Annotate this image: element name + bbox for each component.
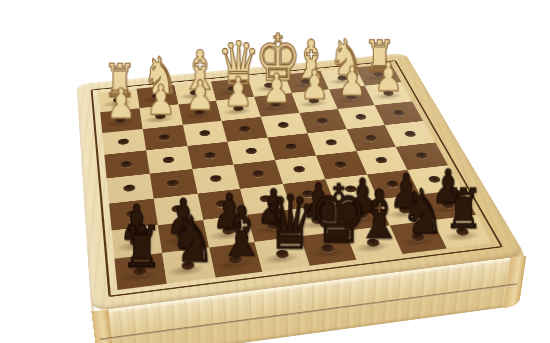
box-corner-post-right <box>503 255 526 308</box>
peg-hole <box>316 118 328 124</box>
peg-hole <box>278 122 290 128</box>
piece-black-rook: ♜ <box>444 186 481 233</box>
square-d2: ♟ <box>216 97 260 121</box>
piece-white-pawn: ♟ <box>261 71 292 106</box>
peg-hole <box>252 170 265 177</box>
square-b8: ♞ <box>162 248 215 284</box>
travel-chess-set-photo: ♜♞♝♛♚♝♞♜♟♟♟♟♟♟♟♟♟♟♟♟♟♟♟♟♜♞♝♛♚♝♞♜ <box>0 0 550 343</box>
peg-hole <box>403 130 416 137</box>
piece-white-pawn: ♟ <box>184 78 215 113</box>
peg-hole <box>325 139 338 146</box>
piece-white-pawn: ♟ <box>373 60 403 94</box>
peg-hole <box>415 152 429 159</box>
peg-hole <box>121 161 133 168</box>
piece-black-knight: ♞ <box>400 185 437 238</box>
piece-white-pawn: ♟ <box>336 64 367 98</box>
peg-hole <box>355 114 367 120</box>
peg-hole <box>245 147 257 154</box>
square-c8: ♝ <box>209 242 263 278</box>
piece-white-pawn: ♟ <box>223 74 254 109</box>
peg-hole <box>124 184 136 192</box>
square-b4 <box>146 146 192 174</box>
square-g3 <box>337 105 385 129</box>
peg-hole <box>209 175 222 183</box>
peg-hole <box>293 166 306 173</box>
chess-box: ♜♞♝♛♚♝♞♜♟♟♟♟♟♟♟♟♟♟♟♟♟♟♟♟♜♞♝♛♚♝♞♜ <box>77 53 526 312</box>
peg-hole <box>118 138 129 145</box>
piece-black-queen: ♛ <box>263 192 301 255</box>
piece-black-rook: ♜ <box>121 223 160 272</box>
piece-black-knight: ♞ <box>169 212 207 267</box>
peg-hole <box>238 126 250 133</box>
peg-hole <box>163 156 175 163</box>
piece-black-bishop: ♝ <box>217 203 255 261</box>
peg-hole <box>199 130 211 137</box>
piece-white-pawn: ♟ <box>105 86 137 121</box>
square-c2: ♟ <box>178 100 222 124</box>
peg-hole <box>159 134 171 141</box>
peg-hole <box>375 157 388 164</box>
square-d3 <box>222 117 268 142</box>
board-grid: ♜♞♝♛♚♝♞♜♟♟♟♟♟♟♟♟♟♟♟♟♟♟♟♟♜♞♝♛♚♝♞♜ <box>98 64 491 290</box>
peg-hole <box>364 135 377 142</box>
peg-hole <box>167 180 179 188</box>
peg-hole <box>392 110 405 116</box>
piece-white-pawn: ♟ <box>299 67 330 101</box>
peg-hole <box>285 143 298 150</box>
photo-stage: ♜♞♝♛♚♝♞♜♟♟♟♟♟♟♟♟♟♟♟♟♟♟♟♟♜♞♝♛♚♝♞♜ <box>0 0 550 343</box>
peg-hole <box>204 152 216 159</box>
square-a4 <box>104 151 149 179</box>
square-d4 <box>228 138 275 165</box>
square-a8: ♜ <box>114 253 166 290</box>
piece-white-pawn: ♟ <box>145 82 176 117</box>
